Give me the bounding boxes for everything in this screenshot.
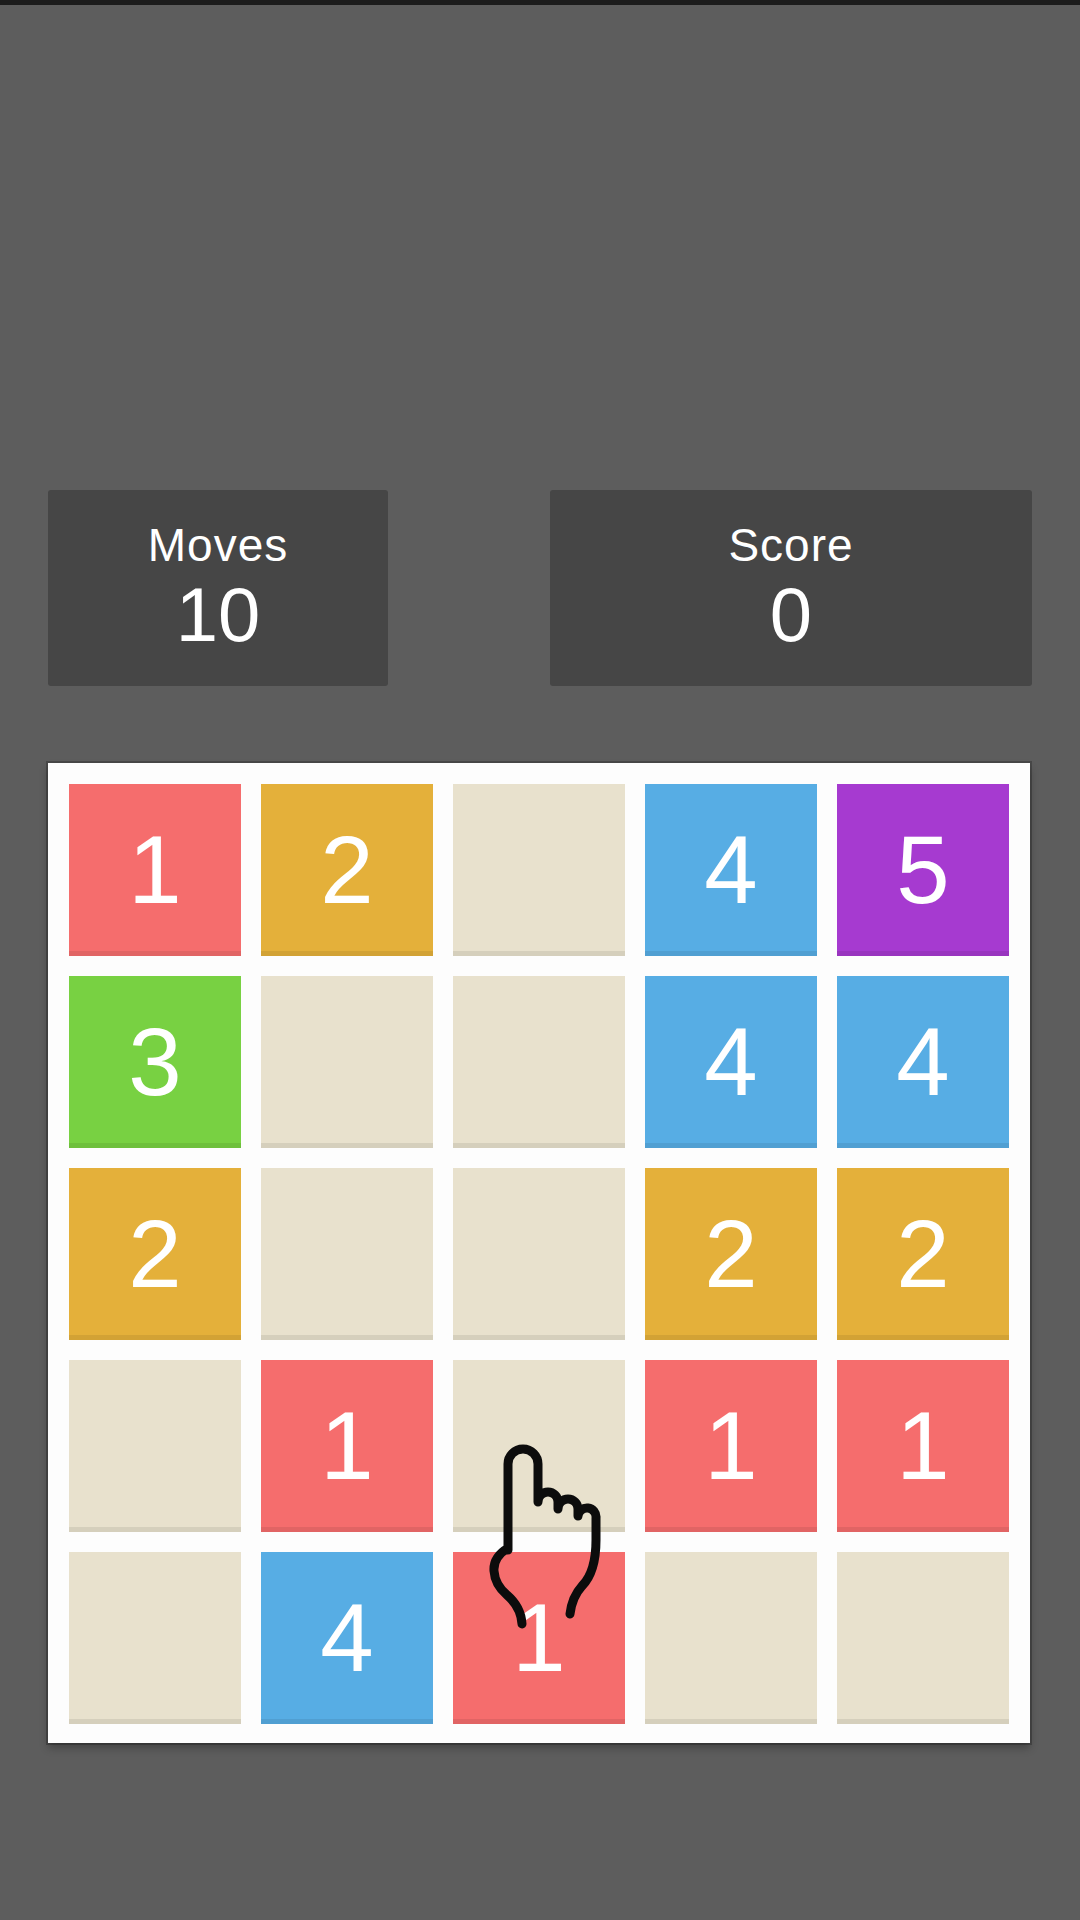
empty-cell-r2c3: [453, 976, 625, 1148]
tile-4-r1c4[interactable]: 4: [645, 784, 817, 956]
tile-1-r4c2[interactable]: 1: [261, 1360, 433, 1532]
empty-cell-r3c2: [261, 1168, 433, 1340]
game-screen: Moves 10 Score 0 124534422211141: [0, 0, 1080, 1920]
score-value: 0: [770, 573, 812, 657]
tile-4-r5c2[interactable]: 4: [261, 1552, 433, 1724]
tile-1-r4c4[interactable]: 1: [645, 1360, 817, 1532]
empty-cell-r3c3: [453, 1168, 625, 1340]
moves-panel: Moves 10: [48, 490, 388, 686]
score-panel: Score 0: [550, 490, 1032, 686]
top-edge-strip: [0, 0, 1080, 5]
tile-3-r2c1[interactable]: 3: [69, 976, 241, 1148]
tile-4-r2c5[interactable]: 4: [837, 976, 1009, 1148]
empty-cell-r1c3: [453, 784, 625, 956]
empty-cell-r2c2: [261, 976, 433, 1148]
tile-2-r3c1[interactable]: 2: [69, 1168, 241, 1340]
empty-cell-r5c5: [837, 1552, 1009, 1724]
tile-2-r3c5[interactable]: 2: [837, 1168, 1009, 1340]
tile-1-r5c3[interactable]: 1: [453, 1552, 625, 1724]
tile-5-r1c5[interactable]: 5: [837, 784, 1009, 956]
board-grid: 124534422211141: [48, 763, 1030, 1743]
moves-label: Moves: [148, 520, 288, 571]
tile-2-r3c4[interactable]: 2: [645, 1168, 817, 1340]
moves-value: 10: [176, 573, 261, 657]
tile-2-r1c2[interactable]: 2: [261, 784, 433, 956]
score-label: Score: [728, 520, 853, 571]
empty-cell-r4c3: [453, 1360, 625, 1532]
tile-1-r4c5[interactable]: 1: [837, 1360, 1009, 1532]
empty-cell-r5c1: [69, 1552, 241, 1724]
tile-1-r1c1[interactable]: 1: [69, 784, 241, 956]
empty-cell-r5c4: [645, 1552, 817, 1724]
tile-4-r2c4[interactable]: 4: [645, 976, 817, 1148]
empty-cell-r4c1: [69, 1360, 241, 1532]
